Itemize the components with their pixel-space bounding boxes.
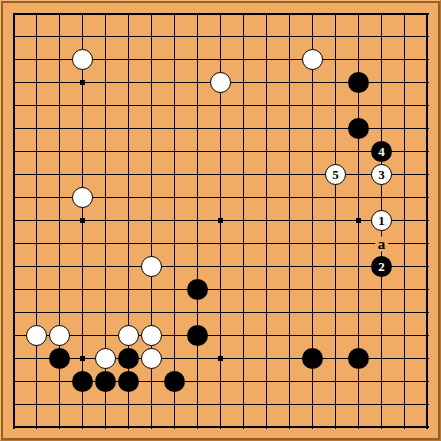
grid-vline bbox=[404, 347, 405, 370]
intersection-5-4 bbox=[117, 94, 140, 117]
grid-vline bbox=[36, 370, 37, 393]
grid-vline bbox=[266, 347, 267, 370]
grid-vline bbox=[59, 301, 60, 324]
grid-vline bbox=[266, 301, 267, 324]
intersection-10-14 bbox=[232, 324, 255, 347]
grid-vline bbox=[381, 94, 382, 117]
grid-vline bbox=[105, 393, 106, 416]
grid-vline bbox=[335, 25, 336, 48]
grid-vline bbox=[36, 209, 37, 232]
intersection-2-16 bbox=[48, 370, 71, 393]
grid-vline bbox=[59, 255, 60, 278]
intersection-4-9 bbox=[94, 209, 117, 232]
grid-vline bbox=[197, 255, 198, 278]
grid-vline bbox=[312, 232, 313, 255]
intersection-14-11 bbox=[324, 255, 347, 278]
grid-vline bbox=[335, 347, 336, 370]
white-stone bbox=[210, 72, 231, 93]
intersection-11-0 bbox=[255, 2, 278, 25]
grid-vline bbox=[358, 278, 359, 301]
intersection-7-9 bbox=[163, 209, 186, 232]
grid-vline bbox=[358, 324, 359, 347]
intersection-5-12 bbox=[117, 278, 140, 301]
white-stone bbox=[26, 325, 47, 346]
intersection-17-1 bbox=[393, 25, 416, 48]
white-stone bbox=[95, 348, 116, 369]
grid-vline bbox=[289, 25, 290, 48]
intersection-4-14 bbox=[94, 324, 117, 347]
grid-vline bbox=[404, 13, 405, 25]
intersection-5-18 bbox=[117, 416, 140, 439]
grid-vline bbox=[13, 71, 15, 94]
intersection-15-9 bbox=[347, 209, 370, 232]
grid-vline bbox=[312, 71, 313, 94]
grid-vline bbox=[105, 232, 106, 255]
intersection-1-16 bbox=[25, 370, 48, 393]
intersection-7-3 bbox=[163, 71, 186, 94]
intersection-10-7 bbox=[232, 163, 255, 186]
grid-vline bbox=[266, 278, 267, 301]
intersection-8-12 bbox=[186, 278, 209, 301]
grid-vline bbox=[151, 370, 152, 393]
intersection-14-0 bbox=[324, 2, 347, 25]
grid-vline bbox=[404, 301, 405, 324]
intersection-9-16 bbox=[209, 370, 232, 393]
grid-vline bbox=[36, 117, 37, 140]
grid-vline bbox=[381, 278, 382, 301]
intersection-12-3 bbox=[278, 71, 301, 94]
intersection-2-14 bbox=[48, 324, 71, 347]
grid-vline bbox=[289, 278, 290, 301]
grid-vline bbox=[13, 232, 15, 255]
intersection-7-16 bbox=[163, 370, 186, 393]
grid-vline bbox=[243, 278, 244, 301]
grid-vline bbox=[266, 48, 267, 71]
grid-vline bbox=[174, 393, 175, 416]
intersection-13-10 bbox=[301, 232, 324, 255]
intersection-14-8 bbox=[324, 186, 347, 209]
grid-vline bbox=[59, 370, 60, 393]
grid-vline bbox=[36, 416, 37, 429]
intersection-16-17 bbox=[370, 393, 393, 416]
grid-vline bbox=[13, 186, 15, 209]
intersection-6-16 bbox=[140, 370, 163, 393]
grid-vline bbox=[289, 94, 290, 117]
intersection-6-5 bbox=[140, 117, 163, 140]
intersection-10-13 bbox=[232, 301, 255, 324]
intersection-10-9 bbox=[232, 209, 255, 232]
grid-vline bbox=[13, 278, 15, 301]
grid-vline bbox=[335, 94, 336, 117]
white-stone bbox=[72, 187, 93, 208]
intersection-1-14 bbox=[25, 324, 48, 347]
grid-vline bbox=[266, 25, 267, 48]
grid-vline bbox=[404, 25, 405, 48]
grid-vline bbox=[426, 393, 428, 416]
intersection-0-9 bbox=[2, 209, 25, 232]
grid-vline bbox=[59, 416, 60, 429]
intersection-12-4 bbox=[278, 94, 301, 117]
intersection-11-12 bbox=[255, 278, 278, 301]
grid-vline bbox=[266, 370, 267, 393]
grid-vline bbox=[243, 186, 244, 209]
black-stone-move-4: 4 bbox=[371, 141, 392, 162]
intersection-4-17 bbox=[94, 393, 117, 416]
grid-vline bbox=[243, 117, 244, 140]
intersection-16-15 bbox=[370, 347, 393, 370]
intersection-10-15 bbox=[232, 347, 255, 370]
intersection-12-18 bbox=[278, 416, 301, 439]
intersection-12-0 bbox=[278, 2, 301, 25]
intersection-13-5 bbox=[301, 117, 324, 140]
grid-vline bbox=[151, 393, 152, 416]
intersection-12-7 bbox=[278, 163, 301, 186]
grid-vline bbox=[426, 94, 428, 117]
intersection-3-4 bbox=[71, 94, 94, 117]
grid-vline bbox=[426, 209, 428, 232]
intersection-9-5 bbox=[209, 117, 232, 140]
grid-vline bbox=[197, 186, 198, 209]
grid-vline bbox=[13, 370, 15, 393]
intersection-15-13 bbox=[347, 301, 370, 324]
grid-vline bbox=[13, 393, 15, 416]
grid-vline bbox=[289, 13, 290, 25]
grid-vline bbox=[266, 416, 267, 429]
intersection-0-0 bbox=[2, 2, 25, 25]
intersection-13-1 bbox=[301, 25, 324, 48]
grid-vline bbox=[335, 301, 336, 324]
intersection-1-13 bbox=[25, 301, 48, 324]
intersection-14-15 bbox=[324, 347, 347, 370]
grid-vline bbox=[105, 94, 106, 117]
grid-vline bbox=[36, 186, 37, 209]
intersection-14-18 bbox=[324, 416, 347, 439]
intersection-6-13 bbox=[140, 301, 163, 324]
intersection-0-1 bbox=[2, 25, 25, 48]
intersection-13-15 bbox=[301, 347, 324, 370]
intersection-4-15 bbox=[94, 347, 117, 370]
intersection-10-10 bbox=[232, 232, 255, 255]
grid-hline bbox=[347, 220, 370, 221]
intersection-13-12 bbox=[301, 278, 324, 301]
black-stone bbox=[164, 371, 185, 392]
grid-vline bbox=[266, 140, 267, 163]
intersection-5-9 bbox=[117, 209, 140, 232]
intersection-16-13 bbox=[370, 301, 393, 324]
grid-vline bbox=[381, 370, 382, 393]
intersection-9-8 bbox=[209, 186, 232, 209]
intersection-8-0 bbox=[186, 2, 209, 25]
intersection-5-11 bbox=[117, 255, 140, 278]
intersection-3-7 bbox=[71, 163, 94, 186]
intersection-14-6 bbox=[324, 140, 347, 163]
intersection-9-10 bbox=[209, 232, 232, 255]
intersection-7-8 bbox=[163, 186, 186, 209]
white-stone bbox=[49, 325, 70, 346]
intersection-8-5 bbox=[186, 117, 209, 140]
grid-vline bbox=[197, 370, 198, 393]
intersection-4-11 bbox=[94, 255, 117, 278]
intersection-18-16 bbox=[416, 370, 439, 393]
grid-vline bbox=[151, 416, 152, 429]
grid-vline bbox=[220, 232, 221, 255]
intersection-17-18 bbox=[393, 416, 416, 439]
intersection-1-0 bbox=[25, 2, 48, 25]
grid-vline bbox=[243, 13, 244, 25]
intersection-17-11 bbox=[393, 255, 416, 278]
intersection-14-2 bbox=[324, 48, 347, 71]
grid-vline bbox=[82, 393, 83, 416]
grid-vline bbox=[36, 25, 37, 48]
intersection-11-6 bbox=[255, 140, 278, 163]
black-stone bbox=[72, 371, 93, 392]
grid-vline bbox=[289, 71, 290, 94]
intersection-14-17 bbox=[324, 393, 347, 416]
point-label-a: a bbox=[375, 236, 389, 251]
intersection-1-6 bbox=[25, 140, 48, 163]
grid-vline bbox=[312, 94, 313, 117]
intersection-7-18 bbox=[163, 416, 186, 439]
grid-vline bbox=[381, 393, 382, 416]
intersection-1-11 bbox=[25, 255, 48, 278]
intersection-5-3 bbox=[117, 71, 140, 94]
intersection-9-14 bbox=[209, 324, 232, 347]
grid-vline bbox=[82, 117, 83, 140]
grid-hline bbox=[71, 358, 94, 359]
intersection-11-7 bbox=[255, 163, 278, 186]
intersection-5-10 bbox=[117, 232, 140, 255]
intersection-1-17 bbox=[25, 393, 48, 416]
grid-vline bbox=[243, 255, 244, 278]
intersection-6-0 bbox=[140, 2, 163, 25]
intersection-8-13 bbox=[186, 301, 209, 324]
intersection-17-6 bbox=[393, 140, 416, 163]
grid-vline bbox=[289, 370, 290, 393]
grid-vline bbox=[426, 347, 428, 370]
grid-vline bbox=[59, 94, 60, 117]
grid-vline bbox=[220, 324, 221, 347]
intersection-3-3 bbox=[71, 71, 94, 94]
intersection-0-10 bbox=[2, 232, 25, 255]
grid-vline bbox=[128, 140, 129, 163]
grid-vline bbox=[105, 416, 106, 429]
grid-vline bbox=[266, 255, 267, 278]
grid-vline bbox=[220, 370, 221, 393]
intersection-3-15 bbox=[71, 347, 94, 370]
grid-vline bbox=[312, 301, 313, 324]
intersection-18-12 bbox=[416, 278, 439, 301]
intersection-1-5 bbox=[25, 117, 48, 140]
grid-vline bbox=[404, 393, 405, 416]
black-stone-move-2: 2 bbox=[371, 256, 392, 277]
intersection-16-10: a bbox=[370, 232, 393, 255]
intersection-14-13 bbox=[324, 301, 347, 324]
grid-vline bbox=[59, 186, 60, 209]
intersection-15-4 bbox=[347, 94, 370, 117]
black-stone bbox=[187, 279, 208, 300]
intersection-11-10 bbox=[255, 232, 278, 255]
grid-vline bbox=[381, 324, 382, 347]
grid-vline bbox=[335, 370, 336, 393]
intersection-11-2 bbox=[255, 48, 278, 71]
intersection-4-8 bbox=[94, 186, 117, 209]
intersection-0-11 bbox=[2, 255, 25, 278]
intersection-4-18 bbox=[94, 416, 117, 439]
grid-vline bbox=[404, 71, 405, 94]
intersection-0-5 bbox=[2, 117, 25, 140]
intersection-0-8 bbox=[2, 186, 25, 209]
intersection-9-12 bbox=[209, 278, 232, 301]
grid-vline bbox=[128, 416, 129, 429]
grid-vline bbox=[174, 186, 175, 209]
grid-vline bbox=[289, 324, 290, 347]
intersection-9-1 bbox=[209, 25, 232, 48]
grid-vline bbox=[105, 117, 106, 140]
intersection-5-13 bbox=[117, 301, 140, 324]
intersection-16-2 bbox=[370, 48, 393, 71]
grid-vline bbox=[151, 48, 152, 71]
grid-vline bbox=[426, 278, 428, 301]
intersection-15-16 bbox=[347, 370, 370, 393]
grid-vline bbox=[174, 117, 175, 140]
grid-vline bbox=[36, 48, 37, 71]
grid-vline bbox=[174, 140, 175, 163]
grid-vline bbox=[82, 163, 83, 186]
grid-vline bbox=[105, 163, 106, 186]
white-stone-move-5: 5 bbox=[325, 164, 346, 185]
grid-vline bbox=[174, 163, 175, 186]
grid-vline bbox=[197, 347, 198, 370]
intersection-3-17 bbox=[71, 393, 94, 416]
intersection-4-12 bbox=[94, 278, 117, 301]
intersection-7-0 bbox=[163, 2, 186, 25]
grid-vline bbox=[381, 13, 382, 25]
grid-vline bbox=[243, 94, 244, 117]
intersection-5-8 bbox=[117, 186, 140, 209]
grid-vline bbox=[174, 71, 175, 94]
intersection-5-7 bbox=[117, 163, 140, 186]
grid-vline bbox=[105, 255, 106, 278]
intersection-9-7 bbox=[209, 163, 232, 186]
intersection-8-2 bbox=[186, 48, 209, 71]
intersection-0-2 bbox=[2, 48, 25, 71]
grid-vline bbox=[243, 416, 244, 429]
intersection-18-2 bbox=[416, 48, 439, 71]
intersection-15-18 bbox=[347, 416, 370, 439]
intersection-0-16 bbox=[2, 370, 25, 393]
intersection-16-16 bbox=[370, 370, 393, 393]
grid-vline bbox=[426, 370, 428, 393]
grid-vline bbox=[220, 209, 221, 232]
grid-vline bbox=[197, 163, 198, 186]
grid-vline bbox=[105, 13, 106, 25]
intersection-9-9 bbox=[209, 209, 232, 232]
grid-vline bbox=[36, 347, 37, 370]
grid-vline bbox=[243, 232, 244, 255]
grid-vline bbox=[105, 140, 106, 163]
grid-vline bbox=[105, 25, 106, 48]
grid-vline bbox=[426, 186, 428, 209]
intersection-8-7 bbox=[186, 163, 209, 186]
intersection-15-6 bbox=[347, 140, 370, 163]
intersection-3-0 bbox=[71, 2, 94, 25]
grid-vline bbox=[128, 13, 129, 25]
intersection-5-2 bbox=[117, 48, 140, 71]
grid-vline bbox=[82, 232, 83, 255]
grid-vline bbox=[312, 140, 313, 163]
intersection-6-6 bbox=[140, 140, 163, 163]
intersection-5-14 bbox=[117, 324, 140, 347]
intersection-1-4 bbox=[25, 94, 48, 117]
grid-vline bbox=[128, 209, 129, 232]
grid-vline bbox=[335, 278, 336, 301]
intersection-15-17 bbox=[347, 393, 370, 416]
intersection-4-10 bbox=[94, 232, 117, 255]
intersection-13-18 bbox=[301, 416, 324, 439]
black-stone bbox=[348, 72, 369, 93]
intersection-3-11 bbox=[71, 255, 94, 278]
black-stone bbox=[118, 371, 139, 392]
grid-vline bbox=[335, 393, 336, 416]
grid-vline bbox=[220, 94, 221, 117]
intersection-12-12 bbox=[278, 278, 301, 301]
grid-vline bbox=[266, 393, 267, 416]
grid-vline bbox=[174, 278, 175, 301]
intersection-17-4 bbox=[393, 94, 416, 117]
intersection-14-4 bbox=[324, 94, 347, 117]
intersection-2-11 bbox=[48, 255, 71, 278]
grid-vline bbox=[404, 255, 405, 278]
grid-vline bbox=[128, 71, 129, 94]
intersection-8-1 bbox=[186, 25, 209, 48]
intersection-15-2 bbox=[347, 48, 370, 71]
grid-vline bbox=[151, 25, 152, 48]
grid-vline bbox=[220, 13, 221, 25]
grid-vline bbox=[174, 232, 175, 255]
intersection-9-4 bbox=[209, 94, 232, 117]
white-stone bbox=[302, 49, 323, 70]
intersection-11-11 bbox=[255, 255, 278, 278]
grid-vline bbox=[174, 324, 175, 347]
intersection-9-3 bbox=[209, 71, 232, 94]
intersection-7-11 bbox=[163, 255, 186, 278]
grid-vline bbox=[426, 13, 428, 25]
intersection-2-10 bbox=[48, 232, 71, 255]
intersection-3-5 bbox=[71, 117, 94, 140]
intersection-1-10 bbox=[25, 232, 48, 255]
intersection-5-1 bbox=[117, 25, 140, 48]
grid-vline bbox=[197, 94, 198, 117]
intersection-0-17 bbox=[2, 393, 25, 416]
intersection-5-0 bbox=[117, 2, 140, 25]
intersection-5-6 bbox=[117, 140, 140, 163]
intersection-13-11 bbox=[301, 255, 324, 278]
grid-vline bbox=[266, 13, 267, 25]
grid-vline bbox=[174, 301, 175, 324]
grid-vline bbox=[289, 117, 290, 140]
grid-vline bbox=[82, 94, 83, 117]
grid-vline bbox=[289, 255, 290, 278]
intersection-15-15 bbox=[347, 347, 370, 370]
intersection-10-6 bbox=[232, 140, 255, 163]
intersection-12-14 bbox=[278, 324, 301, 347]
intersection-16-8 bbox=[370, 186, 393, 209]
intersection-10-8 bbox=[232, 186, 255, 209]
grid-vline bbox=[289, 393, 290, 416]
intersection-13-7 bbox=[301, 163, 324, 186]
grid-vline bbox=[426, 48, 428, 71]
intersection-11-3 bbox=[255, 71, 278, 94]
